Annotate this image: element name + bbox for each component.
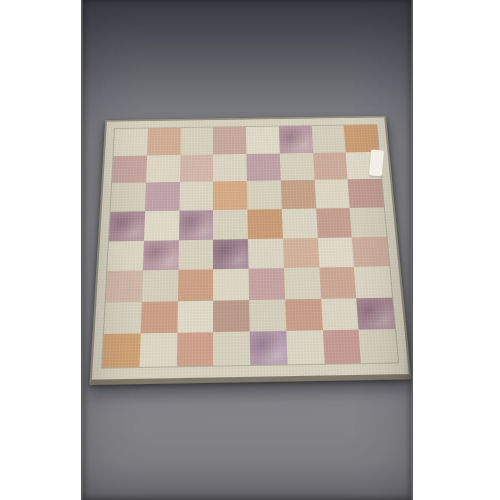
square-g5[interactable]: [316, 208, 352, 238]
square-b1[interactable]: [139, 333, 177, 367]
square-c2[interactable]: [177, 300, 213, 333]
square-d6[interactable]: [213, 181, 247, 210]
square-b8[interactable]: [147, 128, 181, 155]
square-b4[interactable]: [143, 240, 179, 271]
square-e1[interactable]: [250, 331, 288, 365]
square-c3[interactable]: [177, 269, 213, 301]
square-c4[interactable]: [178, 239, 213, 270]
square-f5[interactable]: [282, 208, 318, 238]
square-f3[interactable]: [284, 268, 321, 300]
lot-sticker: [369, 149, 384, 176]
square-a3[interactable]: [106, 271, 143, 303]
square-a8[interactable]: [114, 128, 148, 155]
square-a4[interactable]: [107, 240, 143, 271]
square-h3[interactable]: [354, 266, 392, 298]
square-d8[interactable]: [213, 127, 246, 154]
square-h8[interactable]: [344, 125, 379, 152]
square-f6[interactable]: [281, 180, 316, 209]
square-a6[interactable]: [111, 183, 146, 212]
square-b2[interactable]: [140, 301, 177, 334]
square-f1[interactable]: [286, 331, 324, 365]
square-f4[interactable]: [283, 238, 319, 269]
square-e5[interactable]: [247, 209, 282, 239]
square-h4[interactable]: [352, 236, 389, 267]
square-f7[interactable]: [280, 153, 315, 181]
listing-page: [0, 0, 500, 500]
square-e2[interactable]: [249, 299, 286, 332]
square-e4[interactable]: [248, 238, 284, 269]
square-g1[interactable]: [322, 330, 361, 364]
square-e8[interactable]: [246, 126, 280, 153]
square-h6[interactable]: [348, 179, 384, 208]
square-b6[interactable]: [145, 182, 180, 211]
square-a7[interactable]: [112, 155, 147, 183]
square-d4[interactable]: [213, 239, 248, 270]
square-e6[interactable]: [247, 181, 282, 210]
square-e3[interactable]: [249, 268, 285, 300]
square-h1[interactable]: [359, 329, 398, 363]
chessboard-frame: [89, 116, 411, 385]
chessboard-grid: [102, 125, 398, 368]
square-a1[interactable]: [102, 334, 140, 368]
square-d1[interactable]: [213, 332, 250, 366]
square-d3[interactable]: [213, 269, 249, 301]
square-c6[interactable]: [179, 182, 213, 211]
square-d5[interactable]: [213, 209, 248, 239]
square-a5[interactable]: [109, 211, 145, 241]
square-f2[interactable]: [285, 299, 323, 332]
square-g8[interactable]: [311, 125, 346, 152]
board-photo: [81, 0, 413, 500]
square-h5[interactable]: [350, 207, 387, 237]
square-e7[interactable]: [246, 153, 280, 181]
square-d7[interactable]: [213, 154, 247, 182]
square-g7[interactable]: [313, 152, 348, 180]
square-c5[interactable]: [179, 210, 214, 240]
square-b5[interactable]: [144, 211, 179, 241]
square-g4[interactable]: [317, 237, 354, 268]
square-c1[interactable]: [176, 333, 213, 367]
square-d2[interactable]: [213, 300, 249, 333]
square-c7[interactable]: [180, 154, 214, 182]
square-g6[interactable]: [314, 180, 350, 209]
square-a2[interactable]: [104, 302, 142, 335]
square-c8[interactable]: [180, 127, 213, 154]
square-b3[interactable]: [142, 270, 178, 302]
square-g3[interactable]: [319, 267, 356, 299]
square-b7[interactable]: [146, 155, 180, 183]
square-h2[interactable]: [356, 297, 395, 330]
square-f8[interactable]: [279, 126, 313, 153]
chessboard: [89, 116, 411, 385]
square-g2[interactable]: [321, 298, 359, 331]
